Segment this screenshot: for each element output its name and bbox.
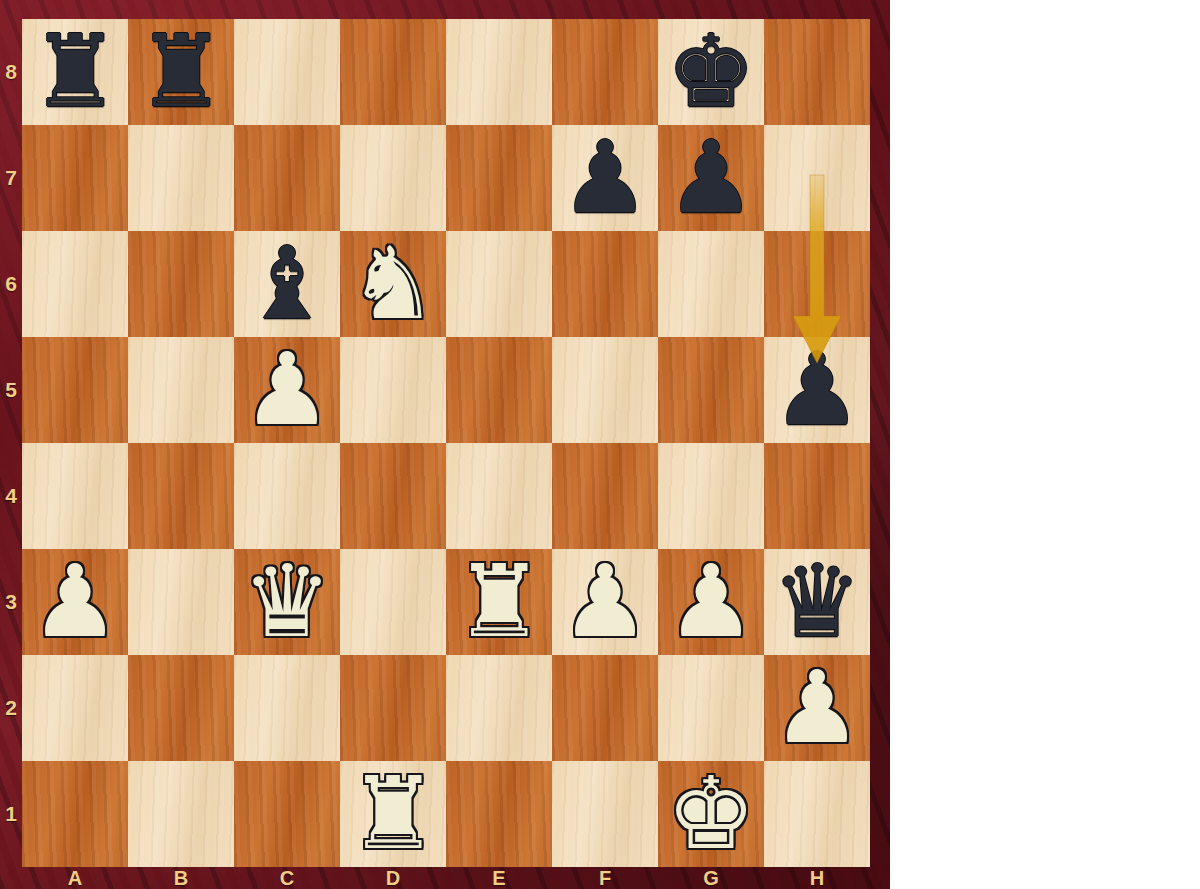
rank-label-2: 2 [0,655,22,761]
square-f1[interactable] [552,761,658,867]
square-e8[interactable] [446,19,552,125]
square-h1[interactable] [764,761,870,867]
square-g5[interactable] [658,337,764,443]
black-rook-b8[interactable]: ♜ [136,19,226,125]
rank-label-4: 4 [0,443,22,549]
square-f2[interactable] [552,655,658,761]
square-a1[interactable] [22,761,128,867]
square-h7[interactable] [764,125,870,231]
chess-board: ♜♜♚♟♟♝♞♟♟♟♛♜♟♟♛♟♜♚ [22,19,870,867]
square-c5[interactable]: ♟ [234,337,340,443]
page: ♜♜♚♟♟♝♞♟♟♟♛♜♟♟♛♟♜♚ 87654321 ABCDEFGH [0,0,1200,889]
square-e3[interactable]: ♜ [446,549,552,655]
file-label-f: F [552,867,658,889]
square-e6[interactable] [446,231,552,337]
white-pawn-h2[interactable]: ♟ [772,655,862,761]
square-f8[interactable] [552,19,658,125]
square-b1[interactable] [128,761,234,867]
white-pawn-f3[interactable]: ♟ [560,549,650,655]
square-e2[interactable] [446,655,552,761]
file-label-b: B [128,867,234,889]
black-queen-h3[interactable]: ♛ [772,549,862,655]
square-e5[interactable] [446,337,552,443]
square-b3[interactable] [128,549,234,655]
square-c4[interactable] [234,443,340,549]
square-a3[interactable]: ♟ [22,549,128,655]
square-f3[interactable]: ♟ [552,549,658,655]
rank-label-6: 6 [0,231,22,337]
black-king-g8[interactable]: ♚ [666,19,756,125]
square-g3[interactable]: ♟ [658,549,764,655]
square-a7[interactable] [22,125,128,231]
file-label-a: A [22,867,128,889]
square-h4[interactable] [764,443,870,549]
square-d2[interactable] [340,655,446,761]
square-c2[interactable] [234,655,340,761]
square-a2[interactable] [22,655,128,761]
file-label-c: C [234,867,340,889]
white-queen-c3[interactable]: ♛ [242,549,332,655]
white-rook-e3[interactable]: ♜ [454,549,544,655]
square-d4[interactable] [340,443,446,549]
black-pawn-h5[interactable]: ♟ [772,337,862,443]
square-d1[interactable]: ♜ [340,761,446,867]
square-b6[interactable] [128,231,234,337]
chess-board-frame: ♜♜♚♟♟♝♞♟♟♟♛♜♟♟♛♟♜♚ 87654321 ABCDEFGH [0,0,890,889]
rank-label-8: 8 [0,19,22,125]
square-h2[interactable]: ♟ [764,655,870,761]
square-b5[interactable] [128,337,234,443]
black-rook-a8[interactable]: ♜ [30,19,120,125]
white-pawn-c5[interactable]: ♟ [242,337,332,443]
black-pawn-f7[interactable]: ♟ [560,125,650,231]
square-a6[interactable] [22,231,128,337]
black-pawn-g7[interactable]: ♟ [666,125,756,231]
square-b4[interactable] [128,443,234,549]
square-e4[interactable] [446,443,552,549]
rank-label-5: 5 [0,337,22,443]
square-c3[interactable]: ♛ [234,549,340,655]
square-c8[interactable] [234,19,340,125]
square-g6[interactable] [658,231,764,337]
square-h5[interactable]: ♟ [764,337,870,443]
square-d5[interactable] [340,337,446,443]
square-e1[interactable] [446,761,552,867]
square-c1[interactable] [234,761,340,867]
white-knight-d6[interactable]: ♞ [348,231,438,337]
square-h3[interactable]: ♛ [764,549,870,655]
square-a5[interactable] [22,337,128,443]
square-e7[interactable] [446,125,552,231]
square-d6[interactable]: ♞ [340,231,446,337]
square-f7[interactable]: ♟ [552,125,658,231]
rank-label-7: 7 [0,125,22,231]
black-bishop-c6[interactable]: ♝ [242,231,332,337]
square-a8[interactable]: ♜ [22,19,128,125]
square-c7[interactable] [234,125,340,231]
rank-label-1: 1 [0,761,22,867]
white-king-g1[interactable]: ♚ [666,761,756,867]
square-f6[interactable] [552,231,658,337]
square-g4[interactable] [658,443,764,549]
rank-label-3: 3 [0,549,22,655]
file-label-h: H [764,867,870,889]
square-g7[interactable]: ♟ [658,125,764,231]
square-f5[interactable] [552,337,658,443]
square-h8[interactable] [764,19,870,125]
square-f4[interactable] [552,443,658,549]
square-b8[interactable]: ♜ [128,19,234,125]
square-d3[interactable] [340,549,446,655]
square-g2[interactable] [658,655,764,761]
white-pawn-a3[interactable]: ♟ [30,549,120,655]
file-label-e: E [446,867,552,889]
square-g8[interactable]: ♚ [658,19,764,125]
square-b7[interactable] [128,125,234,231]
square-a4[interactable] [22,443,128,549]
white-pawn-g3[interactable]: ♟ [666,549,756,655]
square-d7[interactable] [340,125,446,231]
square-h6[interactable] [764,231,870,337]
white-rook-d1[interactable]: ♜ [348,761,438,867]
square-g1[interactable]: ♚ [658,761,764,867]
square-b2[interactable] [128,655,234,761]
square-d8[interactable] [340,19,446,125]
square-c6[interactable]: ♝ [234,231,340,337]
